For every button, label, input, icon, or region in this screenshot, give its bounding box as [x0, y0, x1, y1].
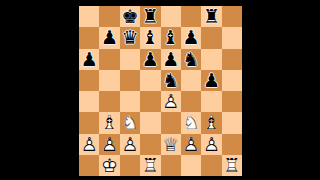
- piece-glyph: ♜: [201, 6, 221, 27]
- piece-glyph: ♞: [181, 49, 201, 70]
- black-knight-f6[interactable]: ♞: [181, 49, 201, 70]
- piece-outline-glyph: ♙: [181, 134, 201, 155]
- square-c7[interactable]: ♛: [120, 27, 140, 48]
- square-h2[interactable]: [222, 134, 242, 155]
- piece-glyph: ♜: [140, 6, 160, 27]
- square-h7[interactable]: [222, 27, 242, 48]
- square-d1[interactable]: ♜♖: [140, 155, 160, 176]
- black-pawn-a6[interactable]: ♟: [79, 49, 99, 70]
- square-d6[interactable]: ♟: [140, 49, 160, 70]
- piece-glyph: ♟: [99, 27, 119, 48]
- square-c1[interactable]: [120, 155, 140, 176]
- white-pawn-g2[interactable]: ♟♙: [201, 134, 221, 155]
- square-e7[interactable]: ♝: [161, 27, 181, 48]
- white-rook-d1[interactable]: ♜♖: [140, 155, 160, 176]
- square-d4[interactable]: [140, 91, 160, 112]
- square-e4[interactable]: ♟♙: [161, 91, 181, 112]
- black-pawn-g5[interactable]: ♟: [201, 70, 221, 91]
- square-f1[interactable]: [181, 155, 201, 176]
- square-a1[interactable]: [79, 155, 99, 176]
- square-d2[interactable]: [140, 134, 160, 155]
- square-f7[interactable]: ♟: [181, 27, 201, 48]
- piece-outline-glyph: ♙: [99, 134, 119, 155]
- square-f6[interactable]: ♞: [181, 49, 201, 70]
- piece-glyph: ♟: [201, 70, 221, 91]
- square-a3[interactable]: [79, 112, 99, 133]
- white-king-b1[interactable]: ♚♔: [99, 155, 119, 176]
- square-b5[interactable]: [99, 70, 119, 91]
- square-b4[interactable]: [99, 91, 119, 112]
- square-a6[interactable]: ♟: [79, 49, 99, 70]
- square-d7[interactable]: ♝: [140, 27, 160, 48]
- piece-glyph: ♝: [140, 27, 160, 48]
- square-d3[interactable]: [140, 112, 160, 133]
- square-g4[interactable]: [201, 91, 221, 112]
- piece-outline-glyph: ♖: [140, 155, 160, 176]
- piece-outline-glyph: ♖: [222, 155, 242, 176]
- piece-glyph: ♝: [161, 27, 181, 48]
- square-f8[interactable]: [181, 6, 201, 27]
- square-b6[interactable]: [99, 49, 119, 70]
- piece-outline-glyph: ♙: [201, 134, 221, 155]
- piece-outline-glyph: ♙: [120, 134, 140, 155]
- square-a5[interactable]: [79, 70, 99, 91]
- white-knight-c3[interactable]: ♞♘: [120, 112, 140, 133]
- white-knight-f3[interactable]: ♞♘: [181, 112, 201, 133]
- white-pawn-e4[interactable]: ♟♙: [161, 91, 181, 112]
- piece-outline-glyph: ♔: [99, 155, 119, 176]
- square-g8[interactable]: ♜: [201, 6, 221, 27]
- piece-glyph: ♞: [161, 70, 181, 91]
- black-pawn-e6[interactable]: ♟: [161, 49, 181, 70]
- square-g1[interactable]: [201, 155, 221, 176]
- square-a7[interactable]: [79, 27, 99, 48]
- white-pawn-f2[interactable]: ♟♙: [181, 134, 201, 155]
- square-h3[interactable]: [222, 112, 242, 133]
- square-c6[interactable]: [120, 49, 140, 70]
- square-c8[interactable]: ♚: [120, 6, 140, 27]
- black-pawn-f7[interactable]: ♟: [181, 27, 201, 48]
- white-pawn-a2[interactable]: ♟♙: [79, 134, 99, 155]
- piece-glyph: ♟: [140, 49, 160, 70]
- white-pawn-c2[interactable]: ♟♙: [120, 134, 140, 155]
- square-b8[interactable]: [99, 6, 119, 27]
- square-g6[interactable]: [201, 49, 221, 70]
- black-queen-c7[interactable]: ♛: [120, 27, 140, 48]
- square-g2[interactable]: ♟♙: [201, 134, 221, 155]
- white-bishop-b3[interactable]: ♝♗: [99, 112, 119, 133]
- piece-glyph: ♟: [161, 49, 181, 70]
- square-b1[interactable]: ♚♔: [99, 155, 119, 176]
- black-king-c8[interactable]: ♚: [120, 6, 140, 27]
- white-rook-h1[interactable]: ♜♖: [222, 155, 242, 176]
- white-bishop-g3[interactable]: ♝♗: [201, 112, 221, 133]
- square-a8[interactable]: [79, 6, 99, 27]
- square-b2[interactable]: ♟♙: [99, 134, 119, 155]
- black-pawn-d6[interactable]: ♟: [140, 49, 160, 70]
- black-knight-e5[interactable]: ♞: [161, 70, 181, 91]
- square-d8[interactable]: ♜: [140, 6, 160, 27]
- square-h8[interactable]: [222, 6, 242, 27]
- square-e6[interactable]: ♟: [161, 49, 181, 70]
- piece-glyph: ♟: [181, 27, 201, 48]
- square-a4[interactable]: [79, 91, 99, 112]
- piece-outline-glyph: ♘: [120, 112, 140, 133]
- square-h5[interactable]: [222, 70, 242, 91]
- square-h6[interactable]: [222, 49, 242, 70]
- square-e2[interactable]: ♛♕: [161, 134, 181, 155]
- piece-outline-glyph: ♕: [161, 134, 181, 155]
- square-c3[interactable]: ♞♘: [120, 112, 140, 133]
- square-f2[interactable]: ♟♙: [181, 134, 201, 155]
- square-e5[interactable]: ♞: [161, 70, 181, 91]
- square-c5[interactable]: [120, 70, 140, 91]
- square-g7[interactable]: [201, 27, 221, 48]
- square-f4[interactable]: [181, 91, 201, 112]
- piece-outline-glyph: ♙: [79, 134, 99, 155]
- square-h1[interactable]: ♜♖: [222, 155, 242, 176]
- piece-glyph: ♚: [120, 6, 140, 27]
- piece-glyph: ♛: [120, 27, 140, 48]
- square-a2[interactable]: ♟♙: [79, 134, 99, 155]
- square-e3[interactable]: [161, 112, 181, 133]
- black-bishop-d7[interactable]: ♝: [140, 27, 160, 48]
- piece-glyph: ♟: [79, 49, 99, 70]
- piece-outline-glyph: ♗: [99, 112, 119, 133]
- square-b3[interactable]: ♝♗: [99, 112, 119, 133]
- chess-board: ♚♜♜♟♛♝♝♟♟♟♟♞♞♟♟♙♝♗♞♘♞♘♝♗♟♙♟♙♟♙♛♕♟♙♟♙♚♔♜♖…: [79, 6, 242, 176]
- letterbox-background: ♚♜♜♟♛♝♝♟♟♟♟♞♞♟♟♙♝♗♞♘♞♘♝♗♟♙♟♙♟♙♛♕♟♙♟♙♚♔♜♖…: [0, 0, 320, 180]
- square-f3[interactable]: ♞♘: [181, 112, 201, 133]
- black-pawn-b7[interactable]: ♟: [99, 27, 119, 48]
- square-g3[interactable]: ♝♗: [201, 112, 221, 133]
- white-pawn-b2[interactable]: ♟♙: [99, 134, 119, 155]
- square-d5[interactable]: [140, 70, 160, 91]
- white-queen-e2[interactable]: ♛♕: [161, 134, 181, 155]
- black-rook-g8[interactable]: ♜: [201, 6, 221, 27]
- square-f5[interactable]: [181, 70, 201, 91]
- square-e1[interactable]: [161, 155, 181, 176]
- square-b7[interactable]: ♟: [99, 27, 119, 48]
- square-c2[interactable]: ♟♙: [120, 134, 140, 155]
- piece-outline-glyph: ♙: [161, 91, 181, 112]
- piece-outline-glyph: ♗: [201, 112, 221, 133]
- square-c4[interactable]: [120, 91, 140, 112]
- piece-outline-glyph: ♘: [181, 112, 201, 133]
- square-e8[interactable]: [161, 6, 181, 27]
- black-rook-d8[interactable]: ♜: [140, 6, 160, 27]
- square-h4[interactable]: [222, 91, 242, 112]
- square-g5[interactable]: ♟: [201, 70, 221, 91]
- black-bishop-e7[interactable]: ♝: [161, 27, 181, 48]
